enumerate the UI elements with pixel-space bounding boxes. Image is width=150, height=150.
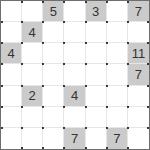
cell-r2c4[interactable] — [64, 22, 85, 43]
cell-r7c2[interactable] — [22, 128, 43, 149]
cell-r5c7[interactable] — [128, 86, 149, 107]
cell-r7c5[interactable] — [86, 128, 107, 149]
clue-cell-r4c7: 7 — [128, 64, 149, 85]
clue-cell-r3c1: 4 — [1, 43, 22, 64]
cell-r5c3[interactable] — [43, 86, 64, 107]
clue-cell-r3c7: 11 — [128, 43, 149, 64]
cell-r6c1[interactable] — [1, 107, 22, 128]
clue-cell-r1c5: 3 — [86, 1, 107, 22]
cell-r1c6[interactable] — [107, 1, 128, 22]
cell-r6c6[interactable] — [107, 107, 128, 128]
cell-r2c6[interactable] — [107, 22, 128, 43]
cell-r1c2[interactable] — [22, 1, 43, 22]
clue-cell-r5c2: 2 — [22, 86, 43, 107]
cell-r2c3[interactable] — [43, 22, 64, 43]
cell-r3c3[interactable] — [43, 43, 64, 64]
cell-r3c5[interactable] — [86, 43, 107, 64]
cell-r6c4[interactable] — [64, 107, 85, 128]
cell-r6c5[interactable] — [86, 107, 107, 128]
cell-r4c2[interactable] — [22, 64, 43, 85]
cell-r2c5[interactable] — [86, 22, 107, 43]
clue-cell-r2c2: 4 — [22, 22, 43, 43]
cell-r3c4[interactable] — [64, 43, 85, 64]
cell-r3c2[interactable] — [22, 43, 43, 64]
clue-cell-r1c3: 5 — [43, 1, 64, 22]
cell-r1c4[interactable] — [64, 1, 85, 22]
cell-r1c1[interactable] — [1, 1, 22, 22]
cell-r4c4[interactable] — [64, 64, 85, 85]
cell-r4c6[interactable] — [107, 64, 128, 85]
cell-r7c1[interactable] — [1, 128, 22, 149]
puzzle-board: 537441172477 — [0, 0, 150, 150]
cell-r5c1[interactable] — [1, 86, 22, 107]
cell-r4c3[interactable] — [43, 64, 64, 85]
cell-r6c7[interactable] — [128, 107, 149, 128]
clue-cell-r7c6: 7 — [107, 128, 128, 149]
cell-r7c7[interactable] — [128, 128, 149, 149]
clue-cell-r1c7: 7 — [128, 1, 149, 22]
cell-r2c7[interactable] — [128, 22, 149, 43]
clue-cell-r5c4: 4 — [64, 86, 85, 107]
cell-r5c6[interactable] — [107, 86, 128, 107]
cell-r4c1[interactable] — [1, 64, 22, 85]
cell-r2c1[interactable] — [1, 22, 22, 43]
cell-r6c2[interactable] — [22, 107, 43, 128]
cell-r6c3[interactable] — [43, 107, 64, 128]
cell-r3c6[interactable] — [107, 43, 128, 64]
cell-r7c3[interactable] — [43, 128, 64, 149]
clue-cell-r7c4: 7 — [64, 128, 85, 149]
cell-r4c5[interactable] — [86, 64, 107, 85]
cell-r5c5[interactable] — [86, 86, 107, 107]
